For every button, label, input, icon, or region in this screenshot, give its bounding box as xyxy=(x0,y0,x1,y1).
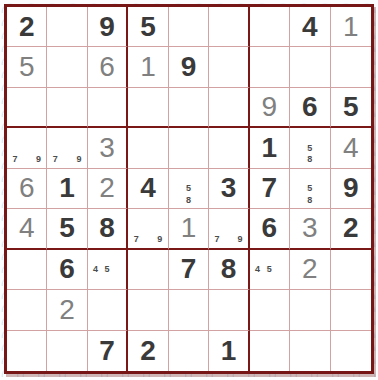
cell-r4c3[interactable]: 3 xyxy=(88,128,128,168)
pencil-mark xyxy=(194,183,206,195)
pencil-mark xyxy=(316,142,328,154)
pencil-mark xyxy=(292,154,304,166)
sudoku-board: 2954156199657979315846124583758945879179… xyxy=(4,4,374,374)
given-digit: 9 xyxy=(99,13,115,41)
entered-digit: 1 xyxy=(140,53,156,81)
cell-r5c2[interactable]: 1 xyxy=(47,169,87,209)
cell-r5c4[interactable]: 4 xyxy=(128,169,168,209)
pencil-mark: 7 xyxy=(211,234,222,245)
cell-r4c2[interactable]: 79 xyxy=(47,128,87,168)
pencil-mark xyxy=(234,223,245,234)
pencil-mark xyxy=(171,171,183,183)
given-digit: 4 xyxy=(140,174,156,202)
entered-digit: 2 xyxy=(302,255,318,283)
given-digit: 8 xyxy=(221,255,237,283)
cell-r1c6[interactable] xyxy=(209,7,249,47)
pencil-mark: 9 xyxy=(234,234,245,245)
pencil-mark: 7 xyxy=(130,234,142,245)
cell-r2c3[interactable]: 6 xyxy=(88,47,128,87)
pencil-mark xyxy=(90,275,101,287)
cell-r6c5[interactable]: 1 xyxy=(169,209,209,249)
pencil-marks: 79 xyxy=(130,211,165,245)
pencil-mark xyxy=(194,194,206,206)
cell-r6c1[interactable]: 4 xyxy=(7,209,47,249)
cell-r3c8[interactable]: 6 xyxy=(290,88,330,128)
pencil-mark xyxy=(49,130,61,142)
given-digit: 2 xyxy=(19,13,35,41)
entered-digit: 6 xyxy=(19,174,35,202)
pencil-mark xyxy=(21,130,33,142)
pencil-mark xyxy=(101,252,112,264)
pencil-mark xyxy=(61,142,73,154)
pencil-marks: 58 xyxy=(292,130,327,165)
cell-r3c2[interactable] xyxy=(47,88,87,128)
cell-r4c6[interactable] xyxy=(209,128,249,168)
given-digit: 5 xyxy=(140,13,156,41)
cell-r3c6[interactable] xyxy=(209,88,249,128)
cell-r9c1[interactable] xyxy=(7,331,47,371)
given-digit: 6 xyxy=(262,214,278,242)
pencil-mark xyxy=(113,252,124,264)
cell-r2c2[interactable] xyxy=(47,47,87,87)
cell-r9c7[interactable] xyxy=(250,331,290,371)
entered-digit: 4 xyxy=(343,134,359,162)
pencil-mark xyxy=(316,183,328,195)
pencil-marks: 79 xyxy=(49,130,84,165)
pencil-mark xyxy=(154,211,166,222)
cell-r5c9[interactable]: 9 xyxy=(331,169,371,209)
pencil-mark xyxy=(223,211,234,222)
entered-digit: 4 xyxy=(19,214,35,242)
cell-r9c5[interactable] xyxy=(169,331,209,371)
pencil-mark xyxy=(316,171,328,183)
pencil-mark xyxy=(154,223,166,234)
pencil-mark xyxy=(171,183,183,195)
cell-r4c4[interactable] xyxy=(128,128,168,168)
cell-r1c5[interactable] xyxy=(169,7,209,47)
cell-r3c7[interactable]: 9 xyxy=(250,88,290,128)
cell-r4c1[interactable]: 79 xyxy=(7,128,47,168)
given-digit: 9 xyxy=(343,174,359,202)
cell-r4c8[interactable]: 58 xyxy=(290,128,330,168)
pencil-mark xyxy=(61,130,73,142)
cell-r8c8[interactable] xyxy=(290,290,330,330)
cell-r6c6[interactable]: 79 xyxy=(209,209,249,249)
cell-r6c2[interactable]: 5 xyxy=(47,209,87,249)
pencil-mark xyxy=(49,142,61,154)
cell-r7c9[interactable] xyxy=(331,250,371,290)
cell-r1c3[interactable]: 9 xyxy=(88,7,128,47)
pencil-mark xyxy=(292,183,304,195)
cell-r5c5[interactable]: 58 xyxy=(169,169,209,209)
cell-r9c2[interactable] xyxy=(47,331,87,371)
pencil-mark xyxy=(73,142,85,154)
given-digit: 6 xyxy=(59,255,75,283)
pencil-mark: 5 xyxy=(304,183,316,195)
pencil-marks: 79 xyxy=(9,130,44,165)
pencil-mark xyxy=(130,211,142,222)
cell-r8c9[interactable] xyxy=(331,290,371,330)
pencil-mark xyxy=(113,263,124,275)
given-digit: 5 xyxy=(59,214,75,242)
cell-r3c3[interactable] xyxy=(88,88,128,128)
cell-r4c7[interactable]: 1 xyxy=(250,128,290,168)
pencil-mark xyxy=(252,275,264,287)
cell-r7c5[interactable]: 7 xyxy=(169,250,209,290)
cell-r7c6[interactable]: 8 xyxy=(209,250,249,290)
given-digit: 5 xyxy=(343,93,359,121)
cell-r3c5[interactable] xyxy=(169,88,209,128)
cell-r7c2[interactable]: 6 xyxy=(47,250,87,290)
given-digit: 1 xyxy=(59,174,75,202)
pencil-mark: 7 xyxy=(49,154,61,166)
cell-r3c4[interactable] xyxy=(128,88,168,128)
cell-r7c3[interactable]: 45 xyxy=(88,250,128,290)
cell-r9c6[interactable]: 1 xyxy=(209,331,249,371)
cell-r5c8[interactable]: 58 xyxy=(290,169,330,209)
cell-r1c9[interactable]: 1 xyxy=(331,7,371,47)
entered-digit: 9 xyxy=(262,93,278,121)
entered-digit: 1 xyxy=(343,13,359,41)
pencil-mark xyxy=(33,142,45,154)
cell-r2c9[interactable] xyxy=(331,47,371,87)
given-digit: 1 xyxy=(262,134,278,162)
cell-r7c8[interactable]: 2 xyxy=(290,250,330,290)
pencil-mark xyxy=(304,171,316,183)
cell-r6c9[interactable]: 2 xyxy=(331,209,371,249)
pencil-marks: 45 xyxy=(252,252,287,287)
pencil-mark xyxy=(211,211,222,222)
pencil-mark: 5 xyxy=(263,263,275,275)
pencil-mark xyxy=(73,130,85,142)
pencil-mark xyxy=(275,263,287,275)
cell-r6c8[interactable]: 3 xyxy=(290,209,330,249)
cell-r8c7[interactable] xyxy=(250,290,290,330)
entered-digit: 2 xyxy=(99,174,115,202)
cell-r7c4[interactable] xyxy=(128,250,168,290)
pencil-mark xyxy=(252,252,264,264)
cell-r9c3[interactable]: 7 xyxy=(88,331,128,371)
cell-r6c7[interactable]: 6 xyxy=(250,209,290,249)
pencil-marks: 79 xyxy=(211,211,245,245)
pencil-mark xyxy=(304,130,316,142)
given-digit: 6 xyxy=(302,93,318,121)
pencil-mark: 9 xyxy=(73,154,85,166)
pencil-mark xyxy=(275,275,287,287)
pencil-mark xyxy=(130,223,142,234)
given-digit: 7 xyxy=(99,337,115,365)
pencil-mark xyxy=(21,142,33,154)
pencil-mark xyxy=(223,223,234,234)
pencil-mark xyxy=(292,130,304,142)
cell-r8c2[interactable]: 2 xyxy=(47,290,87,330)
pencil-mark: 9 xyxy=(154,234,166,245)
pencil-mark: 5 xyxy=(304,142,316,154)
pencil-mark xyxy=(101,275,112,287)
cell-r8c5[interactable] xyxy=(169,290,209,330)
pencil-mark xyxy=(142,223,154,234)
pencil-mark xyxy=(316,194,328,206)
pencil-mark: 7 xyxy=(9,154,21,166)
entered-digit: 6 xyxy=(99,53,115,81)
cell-r8c4[interactable] xyxy=(128,290,168,330)
pencil-mark xyxy=(171,194,183,206)
given-digit: 8 xyxy=(99,214,115,242)
pencil-mark xyxy=(183,171,195,183)
pencil-mark xyxy=(61,154,73,166)
entered-digit: 3 xyxy=(302,214,318,242)
cell-r8c6[interactable] xyxy=(209,290,249,330)
pencil-mark xyxy=(223,234,234,245)
given-digit: 7 xyxy=(262,174,278,202)
given-digit: 9 xyxy=(181,53,197,81)
cell-r1c8[interactable]: 4 xyxy=(290,7,330,47)
pencil-mark xyxy=(90,252,101,264)
given-digit: 1 xyxy=(221,337,237,365)
pencil-mark xyxy=(292,194,304,206)
cell-r2c7[interactable] xyxy=(250,47,290,87)
cell-r9c8[interactable] xyxy=(290,331,330,371)
cell-r3c1[interactable] xyxy=(7,88,47,128)
entered-digit: 1 xyxy=(181,214,197,242)
cell-r6c4[interactable]: 79 xyxy=(128,209,168,249)
cell-r8c3[interactable] xyxy=(88,290,128,330)
cell-r2c4[interactable]: 1 xyxy=(128,47,168,87)
pencil-mark xyxy=(292,142,304,154)
pencil-mark: 9 xyxy=(33,154,45,166)
cell-r3c9[interactable]: 5 xyxy=(331,88,371,128)
cell-r2c8[interactable] xyxy=(290,47,330,87)
pencil-mark xyxy=(194,171,206,183)
pencil-mark: 5 xyxy=(183,183,195,195)
cell-r5c3[interactable]: 2 xyxy=(88,169,128,209)
pencil-mark xyxy=(234,211,245,222)
cell-r8c1[interactable] xyxy=(7,290,47,330)
pencil-mark: 4 xyxy=(252,263,264,275)
given-digit: 2 xyxy=(140,337,156,365)
entered-digit: 3 xyxy=(99,134,115,162)
pencil-mark xyxy=(275,252,287,264)
entered-digit: 5 xyxy=(19,53,35,81)
cell-r2c6[interactable] xyxy=(209,47,249,87)
pencil-mark: 4 xyxy=(90,263,101,275)
cell-r1c2[interactable] xyxy=(47,7,87,47)
cell-r9c4[interactable]: 2 xyxy=(128,331,168,371)
cell-r9c9[interactable] xyxy=(331,331,371,371)
pencil-mark xyxy=(142,234,154,245)
cell-r2c1[interactable]: 5 xyxy=(7,47,47,87)
pencil-mark xyxy=(316,154,328,166)
pencil-mark xyxy=(33,130,45,142)
pencil-mark xyxy=(263,252,275,264)
pencil-mark xyxy=(21,154,33,166)
pencil-mark xyxy=(9,142,21,154)
given-digit: 7 xyxy=(181,255,197,283)
pencil-mark xyxy=(292,171,304,183)
cell-r7c1[interactable] xyxy=(7,250,47,290)
given-digit: 2 xyxy=(343,214,359,242)
pencil-marks: 45 xyxy=(90,252,124,287)
given-digit: 4 xyxy=(302,13,318,41)
cell-r5c6[interactable]: 3 xyxy=(209,169,249,209)
pencil-mark: 8 xyxy=(304,194,316,206)
cell-r1c7[interactable] xyxy=(250,7,290,47)
pencil-mark: 5 xyxy=(101,263,112,275)
pencil-mark xyxy=(9,130,21,142)
pencil-marks: 58 xyxy=(292,171,327,206)
cell-r5c1[interactable]: 6 xyxy=(7,169,47,209)
pencil-marks: 58 xyxy=(171,171,206,206)
pencil-mark xyxy=(211,223,222,234)
cell-r4c9[interactable]: 4 xyxy=(331,128,371,168)
pencil-mark: 8 xyxy=(183,194,195,206)
pencil-mark: 8 xyxy=(304,154,316,166)
pencil-mark xyxy=(263,275,275,287)
cell-r6c3[interactable]: 8 xyxy=(88,209,128,249)
cell-r1c1[interactable]: 2 xyxy=(7,7,47,47)
cell-r7c7[interactable]: 45 xyxy=(250,250,290,290)
cell-r4c5[interactable] xyxy=(169,128,209,168)
pencil-mark xyxy=(316,130,328,142)
pencil-mark xyxy=(113,275,124,287)
cell-r5c7[interactable]: 7 xyxy=(250,169,290,209)
entered-digit: 2 xyxy=(59,296,75,324)
given-digit: 3 xyxy=(221,174,237,202)
cell-r1c4[interactable]: 5 xyxy=(128,7,168,47)
pencil-mark xyxy=(142,211,154,222)
cell-r2c5[interactable]: 9 xyxy=(169,47,209,87)
